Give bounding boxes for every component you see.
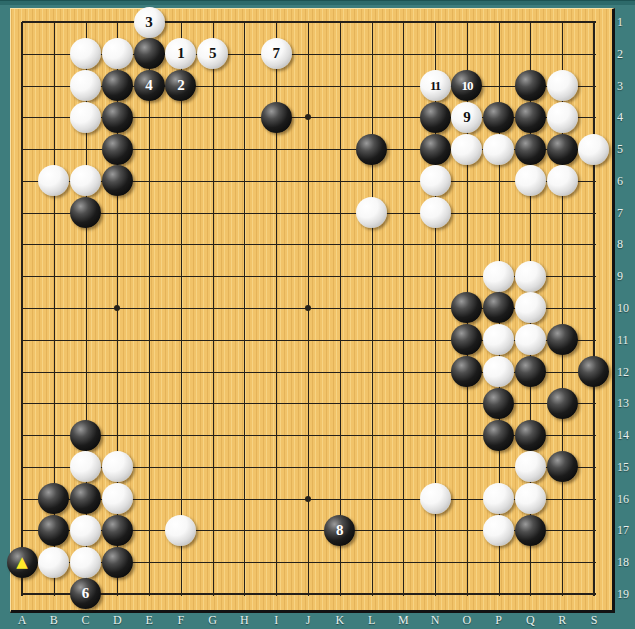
- coordinate-label-row: 16: [617, 491, 635, 507]
- stone-white-R6: [547, 165, 578, 196]
- coordinate-label-column: G: [203, 612, 223, 628]
- move-number: 4: [145, 78, 153, 93]
- grid-line-vertical: [213, 22, 214, 596]
- stone-white-P12: [483, 356, 514, 387]
- stone-white-I2: 7: [261, 38, 292, 69]
- stone-black-I4: [261, 102, 292, 133]
- stone-white-Q11: [515, 324, 546, 355]
- stone-black-A18: ▲: [7, 547, 38, 578]
- coordinate-label-column: S: [584, 612, 604, 628]
- triangle-mark-icon: ▲: [16, 555, 28, 570]
- coordinate-label-row: 15: [617, 459, 635, 475]
- coordinate-label-column: E: [139, 612, 159, 628]
- move-number: 8: [336, 523, 344, 538]
- coordinate-label-column: H: [234, 612, 254, 628]
- coordinate-label-row: 9: [617, 268, 635, 284]
- stone-black-D5: [102, 134, 133, 165]
- stone-white-N16: [420, 483, 451, 514]
- stone-black-D3: [102, 70, 133, 101]
- coordinate-label-column: K: [330, 612, 350, 628]
- grid-line-vertical: [244, 22, 245, 596]
- stone-black-C7: [70, 197, 101, 228]
- stone-black-E2: [134, 38, 165, 69]
- coordinate-label-row: 19: [617, 586, 635, 602]
- stone-white-Q16: [515, 483, 546, 514]
- coordinate-label-row: 6: [617, 173, 635, 189]
- move-number: 2: [177, 78, 185, 93]
- stone-black-D6: [102, 165, 133, 196]
- stone-black-R5: [547, 134, 578, 165]
- stone-white-N7: [420, 197, 451, 228]
- coordinate-label-row: 1: [617, 14, 635, 30]
- grid-line-vertical: [21, 22, 23, 596]
- stone-white-D2: [102, 38, 133, 69]
- coordinate-label-column: L: [362, 612, 382, 628]
- move-number: 7: [272, 46, 280, 61]
- move-number: 11: [430, 79, 440, 92]
- grid-line-vertical: [340, 22, 341, 596]
- stone-white-P17: [483, 515, 514, 546]
- stone-white-C3: [70, 70, 101, 101]
- coordinate-label-row: 8: [617, 236, 635, 252]
- grid-line-vertical: [181, 22, 182, 596]
- stone-black-P13: [483, 388, 514, 419]
- stone-white-O5: [451, 134, 482, 165]
- go-game-window: ABCDEFGHIJKLMNOPQRS123456789101112131415…: [0, 0, 635, 629]
- stone-white-P9: [483, 261, 514, 292]
- stone-white-C17: [70, 515, 101, 546]
- coordinate-label-column: I: [266, 612, 286, 628]
- coordinate-label-row: 2: [617, 46, 635, 62]
- move-number: 5: [209, 46, 217, 61]
- stone-black-L5: [356, 134, 387, 165]
- stone-black-D17: [102, 515, 133, 546]
- stone-white-C18: [70, 547, 101, 578]
- coordinate-label-column: J: [298, 612, 318, 628]
- move-number: 6: [82, 586, 90, 601]
- stone-black-P14: [483, 420, 514, 451]
- coordinate-label-column: R: [552, 612, 572, 628]
- grid-line-vertical: [372, 22, 373, 596]
- stone-white-L7: [356, 197, 387, 228]
- stone-black-C14: [70, 420, 101, 451]
- move-number: 10: [461, 79, 472, 92]
- stone-black-P4: [483, 102, 514, 133]
- coordinate-label-row: 7: [617, 205, 635, 221]
- grid-line-horizontal: [22, 213, 596, 214]
- stone-black-Q5: [515, 134, 546, 165]
- stone-white-S5: [578, 134, 609, 165]
- stone-white-Q9: [515, 261, 546, 292]
- stone-black-D18: [102, 547, 133, 578]
- star-point: [305, 305, 311, 311]
- stone-black-Q3: [515, 70, 546, 101]
- stone-black-D4: [102, 102, 133, 133]
- stone-white-R4: [547, 102, 578, 133]
- grid-line-vertical: [403, 22, 404, 596]
- stone-white-O4: 9: [451, 102, 482, 133]
- stone-white-C4: [70, 102, 101, 133]
- coordinate-label-row: 10: [617, 300, 635, 316]
- coordinate-label-column: A: [12, 612, 32, 628]
- stone-black-Q12: [515, 356, 546, 387]
- coordinate-label-row: 18: [617, 554, 635, 570]
- grid-line-vertical: [149, 22, 150, 596]
- stone-black-N5: [420, 134, 451, 165]
- grid-line-horizontal: [22, 21, 596, 23]
- stone-black-Q14: [515, 420, 546, 451]
- stone-black-R13: [547, 388, 578, 419]
- move-number: 9: [463, 110, 471, 125]
- stone-black-Q17: [515, 515, 546, 546]
- stone-white-N6: [420, 165, 451, 196]
- stone-black-R11: [547, 324, 578, 355]
- coordinate-label-column: O: [457, 612, 477, 628]
- grid-line-horizontal: [22, 593, 596, 595]
- coordinate-label-column: N: [425, 612, 445, 628]
- stone-white-D15: [102, 451, 133, 482]
- coordinate-label-row: 14: [617, 427, 635, 443]
- coordinate-label-row: 17: [617, 522, 635, 538]
- coordinate-label-column: F: [171, 612, 191, 628]
- window-top-edge: [0, 0, 635, 5]
- coordinate-label-row: 12: [617, 364, 635, 380]
- coordinate-label-column: C: [76, 612, 96, 628]
- coordinate-label-column: P: [489, 612, 509, 628]
- stone-black-K17: 8: [324, 515, 355, 546]
- coordinate-label-row: 13: [617, 395, 635, 411]
- move-number: 3: [145, 15, 153, 30]
- coordinate-label-column: M: [393, 612, 413, 628]
- grid-line-vertical: [593, 22, 595, 596]
- coordinate-label-column: Q: [520, 612, 540, 628]
- stone-white-P5: [483, 134, 514, 165]
- star-point: [305, 496, 311, 502]
- coordinate-label-column: B: [44, 612, 64, 628]
- move-number: 1: [177, 46, 185, 61]
- stone-black-N4: [420, 102, 451, 133]
- coordinate-label-row: 3: [617, 78, 635, 94]
- coordinate-label-row: 11: [617, 332, 635, 348]
- stone-black-E3: 4: [134, 70, 165, 101]
- coordinate-label-row: 5: [617, 141, 635, 157]
- grid-line-horizontal: [22, 244, 596, 245]
- coordinate-label-row: 4: [617, 109, 635, 125]
- coordinate-label-column: D: [107, 612, 127, 628]
- stone-black-R15: [547, 451, 578, 482]
- stone-white-D16: [102, 483, 133, 514]
- stone-white-B18: [38, 547, 69, 578]
- stone-black-Q4: [515, 102, 546, 133]
- stone-black-B17: [38, 515, 69, 546]
- stone-white-R3: [547, 70, 578, 101]
- stone-white-N3: 11: [420, 70, 451, 101]
- stone-white-E1: 3: [134, 7, 165, 38]
- stone-black-C16: [70, 483, 101, 514]
